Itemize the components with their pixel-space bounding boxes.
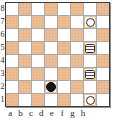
square-f5[interactable] [71,42,83,54]
square-e7[interactable] [58,16,70,28]
square-d6[interactable] [45,29,57,41]
file-label-d: d [36,108,46,118]
file-label-e: e [47,108,57,118]
white-man-piece[interactable] [86,96,95,105]
black-man-piece[interactable] [46,82,56,92]
square-e1[interactable] [58,94,70,106]
square-c5[interactable] [32,42,44,54]
white-king-piece[interactable] [85,70,95,79]
square-a4[interactable] [6,55,18,67]
square-c7[interactable] [32,16,44,28]
square-e5[interactable] [58,42,70,54]
file-label-b: b [15,108,25,118]
piece-halo [46,82,56,92]
file-label-g: g [67,108,77,118]
square-c4[interactable] [32,55,44,67]
square-b4[interactable] [19,55,31,67]
square-h7[interactable] [97,16,109,28]
square-h3[interactable] [97,68,109,80]
square-g6[interactable] [84,29,96,41]
file-label-f: f [57,108,67,118]
square-b2[interactable] [19,81,31,93]
file-label-h: h [78,108,88,118]
square-h4[interactable] [97,55,109,67]
square-b1[interactable] [19,94,31,106]
square-b8[interactable] [19,3,31,15]
square-e2[interactable] [58,81,70,93]
square-f6[interactable] [71,29,83,41]
square-g7[interactable] [84,16,96,28]
square-g1[interactable] [84,94,96,106]
square-g5[interactable] [84,42,96,54]
square-c1[interactable] [32,94,44,106]
square-a2[interactable] [6,81,18,93]
square-f8[interactable] [71,3,83,15]
file-label-c: c [26,108,36,118]
piece-halo [85,17,95,27]
white-man-piece[interactable] [86,18,95,27]
square-e3[interactable] [58,68,70,80]
white-king-piece[interactable] [85,44,95,53]
square-b6[interactable] [19,29,31,41]
square-g4[interactable] [84,55,96,67]
piece-halo [85,69,95,79]
square-g2[interactable] [84,81,96,93]
square-c8[interactable] [32,3,44,15]
square-e6[interactable] [58,29,70,41]
square-f2[interactable] [71,81,83,93]
square-a3[interactable] [6,68,18,80]
square-d7[interactable] [45,16,57,28]
square-d8[interactable] [45,3,57,15]
piece-halo [85,95,95,105]
checkers-diagram: 87654321 abcdefgh [0,0,118,121]
square-a5[interactable] [6,42,18,54]
square-d1[interactable] [45,94,57,106]
square-a1[interactable] [6,94,18,106]
square-a6[interactable] [6,29,18,41]
square-b3[interactable] [19,68,31,80]
square-h2[interactable] [97,81,109,93]
square-f1[interactable] [71,94,83,106]
square-h6[interactable] [97,29,109,41]
square-c2[interactable] [32,81,44,93]
square-d2[interactable] [45,81,57,93]
square-h8[interactable] [97,3,109,15]
square-b5[interactable] [19,42,31,54]
square-h5[interactable] [97,42,109,54]
square-e4[interactable] [58,55,70,67]
square-c3[interactable] [32,68,44,80]
square-f3[interactable] [71,68,83,80]
square-d5[interactable] [45,42,57,54]
square-a7[interactable] [6,16,18,28]
square-d4[interactable] [45,55,57,67]
square-d3[interactable] [45,68,57,80]
square-b7[interactable] [19,16,31,28]
square-g8[interactable] [84,3,96,15]
checkers-board [5,2,110,107]
square-f4[interactable] [71,55,83,67]
square-a8[interactable] [6,3,18,15]
file-label-a: a [5,108,15,118]
square-f7[interactable] [71,16,83,28]
square-h1[interactable] [97,94,109,106]
file-labels: abcdefgh [5,108,88,118]
square-c6[interactable] [32,29,44,41]
square-g3[interactable] [84,68,96,80]
piece-halo [85,43,95,53]
square-e8[interactable] [58,3,70,15]
